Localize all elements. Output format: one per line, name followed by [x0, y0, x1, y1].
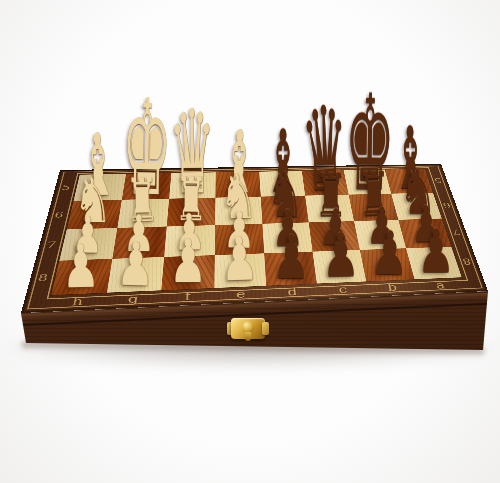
rank-label-left-6: 6	[46, 209, 71, 220]
piece-black-pawn-d8[interactable]: ♟	[272, 227, 311, 288]
clasp-hook	[245, 332, 251, 341]
piece-white-pawn-f8[interactable]: ♟	[169, 231, 207, 291]
brass-clasp-icon	[227, 316, 269, 342]
piece-black-pawn-c8[interactable]: ♟	[321, 225, 360, 286]
piece-white-pawn-g8[interactable]: ♟	[116, 233, 156, 294]
rank-label-right-8: 8	[454, 255, 479, 267]
clasp-right-wing	[262, 322, 269, 335]
piece-white-pawn-e8[interactable]: ♟	[220, 229, 260, 290]
piece-black-pawn-a8[interactable]: ♟	[417, 221, 455, 281]
chess-box-photo: hgfedcba55667788 ♝♚♛♝♝♛♚♝♞♜♜♞♞♜♜♞♟♟♟♟♟♟♟…	[0, 0, 500, 483]
pieces-layer: ♝♚♛♝♝♛♚♝♞♜♜♞♞♜♜♞♟♟♟♟♟♟♟♟♟♟♟♟♟♟♟♟	[0, 0, 500, 483]
piece-white-pawn-h8[interactable]: ♟	[61, 236, 100, 297]
rank-label-left-8: 8	[29, 271, 57, 285]
piece-black-pawn-b8[interactable]: ♟	[370, 222, 410, 283]
